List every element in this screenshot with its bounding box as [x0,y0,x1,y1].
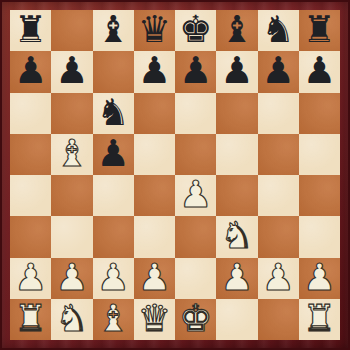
white-pawn[interactable]: ♟ [303,259,336,296]
white-pawn[interactable]: ♟ [138,259,171,296]
square-f6[interactable] [216,93,257,134]
black-bishop[interactable]: ♝ [97,11,130,48]
square-h4[interactable] [299,175,340,216]
square-d8[interactable]: ♛ [134,10,175,51]
square-g7[interactable]: ♟ [258,51,299,92]
square-c8[interactable]: ♝ [93,10,134,51]
square-b8[interactable] [51,10,92,51]
square-a5[interactable] [10,134,51,175]
square-b3[interactable] [51,216,92,257]
black-rook[interactable]: ♜ [303,11,336,48]
square-d2[interactable]: ♟ [134,258,175,299]
square-e8[interactable]: ♚ [175,10,216,51]
square-b7[interactable]: ♟ [51,51,92,92]
white-pawn[interactable]: ♟ [179,176,212,213]
square-b5[interactable]: ♝ [51,134,92,175]
white-rook[interactable]: ♜ [303,300,336,337]
white-pawn[interactable]: ♟ [262,259,295,296]
square-a3[interactable] [10,216,51,257]
white-knight[interactable]: ♞ [220,217,253,254]
black-knight[interactable]: ♞ [97,94,130,131]
white-pawn[interactable]: ♟ [14,259,47,296]
square-d7[interactable]: ♟ [134,51,175,92]
square-h5[interactable] [299,134,340,175]
square-g3[interactable] [258,216,299,257]
square-h8[interactable]: ♜ [299,10,340,51]
square-a8[interactable]: ♜ [10,10,51,51]
black-pawn[interactable]: ♟ [55,52,88,89]
square-d4[interactable] [134,175,175,216]
black-rook[interactable]: ♜ [14,11,47,48]
black-pawn[interactable]: ♟ [14,52,47,89]
black-pawn[interactable]: ♟ [179,52,212,89]
square-a7[interactable]: ♟ [10,51,51,92]
square-f3[interactable]: ♞ [216,216,257,257]
square-g1[interactable] [258,299,299,340]
square-e1[interactable]: ♚ [175,299,216,340]
white-bishop[interactable]: ♝ [97,300,130,337]
black-pawn[interactable]: ♟ [97,135,130,172]
square-a4[interactable] [10,175,51,216]
black-pawn[interactable]: ♟ [220,52,253,89]
square-d3[interactable] [134,216,175,257]
square-f5[interactable] [216,134,257,175]
square-g6[interactable] [258,93,299,134]
square-d6[interactable] [134,93,175,134]
square-g4[interactable] [258,175,299,216]
square-h7[interactable]: ♟ [299,51,340,92]
square-e6[interactable] [175,93,216,134]
square-h1[interactable]: ♜ [299,299,340,340]
white-pawn[interactable]: ♟ [55,259,88,296]
square-c5[interactable]: ♟ [93,134,134,175]
white-rook[interactable]: ♜ [14,300,47,337]
square-c7[interactable] [93,51,134,92]
square-b4[interactable] [51,175,92,216]
square-f1[interactable] [216,299,257,340]
square-a2[interactable]: ♟ [10,258,51,299]
black-pawn[interactable]: ♟ [262,52,295,89]
black-bishop[interactable]: ♝ [220,11,253,48]
square-c3[interactable] [93,216,134,257]
square-c4[interactable] [93,175,134,216]
square-e3[interactable] [175,216,216,257]
square-e2[interactable] [175,258,216,299]
white-king[interactable]: ♚ [179,300,212,337]
square-e4[interactable]: ♟ [175,175,216,216]
square-b6[interactable] [51,93,92,134]
square-e7[interactable]: ♟ [175,51,216,92]
square-f7[interactable]: ♟ [216,51,257,92]
square-b2[interactable]: ♟ [51,258,92,299]
black-knight[interactable]: ♞ [262,11,295,48]
square-c6[interactable]: ♞ [93,93,134,134]
square-h2[interactable]: ♟ [299,258,340,299]
black-pawn[interactable]: ♟ [138,52,171,89]
black-queen[interactable]: ♛ [138,11,171,48]
white-bishop[interactable]: ♝ [55,135,88,172]
square-g8[interactable]: ♞ [258,10,299,51]
white-knight[interactable]: ♞ [55,300,88,337]
square-g5[interactable] [258,134,299,175]
white-pawn[interactable]: ♟ [220,259,253,296]
square-d1[interactable]: ♛ [134,299,175,340]
square-f4[interactable] [216,175,257,216]
square-c1[interactable]: ♝ [93,299,134,340]
square-h3[interactable] [299,216,340,257]
black-king[interactable]: ♚ [179,11,212,48]
square-d5[interactable] [134,134,175,175]
square-f8[interactable]: ♝ [216,10,257,51]
board-frame: ♜♝♛♚♝♞♜♟♟♟♟♟♟♟♞♝♟♟♞♟♟♟♟♟♟♟♜♞♝♛♚♜ [0,0,350,350]
square-a1[interactable]: ♜ [10,299,51,340]
black-pawn[interactable]: ♟ [303,52,336,89]
square-f2[interactable]: ♟ [216,258,257,299]
square-a6[interactable] [10,93,51,134]
white-pawn[interactable]: ♟ [97,259,130,296]
white-queen[interactable]: ♛ [138,300,171,337]
square-h6[interactable] [299,93,340,134]
square-e5[interactable] [175,134,216,175]
square-c2[interactable]: ♟ [93,258,134,299]
square-b1[interactable]: ♞ [51,299,92,340]
chess-board: ♜♝♛♚♝♞♜♟♟♟♟♟♟♟♞♝♟♟♞♟♟♟♟♟♟♟♜♞♝♛♚♜ [10,10,340,340]
square-g2[interactable]: ♟ [258,258,299,299]
